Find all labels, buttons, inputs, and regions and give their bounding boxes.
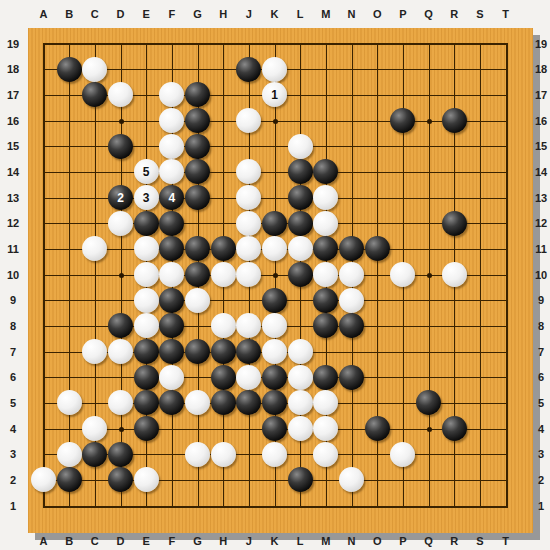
black-stone-D15[interactable]	[108, 134, 133, 159]
black-stone-L10[interactable]	[288, 262, 313, 287]
black-stone-L13[interactable]	[288, 185, 313, 210]
black-stone-G7[interactable]	[185, 339, 210, 364]
black-stone-H11[interactable]	[211, 236, 236, 261]
black-stone-K6[interactable]	[262, 365, 287, 390]
white-stone-J12[interactable]	[236, 211, 261, 236]
white-stone-B3[interactable]	[57, 442, 82, 467]
coord-label-top-R: R	[450, 8, 458, 20]
white-stone-D7[interactable]	[108, 339, 133, 364]
white-stone-E10[interactable]	[134, 262, 159, 287]
black-stone-B2[interactable]	[57, 467, 82, 492]
coord-label-bottom-L: L	[297, 535, 304, 547]
white-stone-L5[interactable]	[288, 390, 313, 415]
coord-label-bottom-D: D	[117, 535, 125, 547]
coord-label-left-6: 6	[10, 371, 16, 383]
black-stone-K9[interactable]	[262, 288, 287, 313]
coord-label-right-8: 8	[538, 320, 544, 332]
coord-label-bottom-O: O	[373, 535, 382, 547]
black-stone-H7[interactable]	[211, 339, 236, 364]
coord-label-top-S: S	[476, 8, 483, 20]
coord-label-right-9: 9	[538, 294, 544, 306]
coord-label-bottom-C: C	[91, 535, 99, 547]
black-stone-E12[interactable]	[134, 211, 159, 236]
star-point-Q4	[427, 427, 432, 432]
black-stone-L12[interactable]	[288, 211, 313, 236]
star-point-D16	[119, 119, 124, 124]
coord-label-right-3: 3	[538, 448, 544, 460]
coord-label-bottom-N: N	[348, 535, 356, 547]
white-stone-H10[interactable]	[211, 262, 236, 287]
coord-label-right-16: 16	[535, 115, 547, 127]
black-stone-F12[interactable]	[159, 211, 184, 236]
black-stone-O4[interactable]	[365, 416, 390, 441]
coord-label-left-7: 7	[10, 346, 16, 358]
white-stone-G3[interactable]	[185, 442, 210, 467]
coord-label-top-D: D	[117, 8, 125, 20]
coord-label-top-A: A	[40, 8, 48, 20]
coord-label-bottom-J: J	[246, 535, 252, 547]
coord-label-right-14: 14	[535, 166, 547, 178]
white-stone-F6[interactable]	[159, 365, 184, 390]
black-stone-N6[interactable]	[339, 365, 364, 390]
coord-label-left-15: 15	[7, 140, 19, 152]
coord-label-bottom-B: B	[65, 535, 73, 547]
coord-label-top-J: J	[246, 8, 252, 20]
coord-label-left-10: 10	[7, 269, 19, 281]
coord-label-bottom-H: H	[219, 535, 227, 547]
coord-label-right-17: 17	[535, 89, 547, 101]
coord-label-top-N: N	[348, 8, 356, 20]
coord-label-top-M: M	[321, 8, 330, 20]
coord-label-right-15: 15	[535, 140, 547, 152]
black-stone-G10[interactable]	[185, 262, 210, 287]
white-stone-N9[interactable]	[339, 288, 364, 313]
black-stone-D3[interactable]	[108, 442, 133, 467]
coord-label-left-3: 3	[10, 448, 16, 460]
coord-label-right-10: 10	[535, 269, 547, 281]
go-board-page: 15234 AABBCCDDEEFFGGHHJJKKLLMMNNOOPPQQRR…	[0, 0, 550, 550]
coord-label-left-1: 1	[10, 500, 16, 512]
star-point-K16	[273, 119, 278, 124]
coord-label-right-7: 7	[538, 346, 544, 358]
black-stone-E6[interactable]	[134, 365, 159, 390]
star-point-D10	[119, 273, 124, 278]
black-stone-K12[interactable]	[262, 211, 287, 236]
black-stone-H6[interactable]	[211, 365, 236, 390]
white-stone-L4[interactable]	[288, 416, 313, 441]
coord-label-left-19: 19	[7, 38, 19, 50]
white-stone-L6[interactable]	[288, 365, 313, 390]
white-stone-K3[interactable]	[262, 442, 287, 467]
black-stone-R4[interactable]	[442, 416, 467, 441]
black-stone-R12[interactable]	[442, 211, 467, 236]
coord-label-left-13: 13	[7, 192, 19, 204]
black-stone-G15[interactable]	[185, 134, 210, 159]
coord-label-bottom-G: G	[193, 535, 202, 547]
white-stone-K18[interactable]	[262, 57, 287, 82]
coord-label-left-17: 17	[7, 89, 19, 101]
white-stone-E11[interactable]	[134, 236, 159, 261]
coord-label-left-5: 5	[10, 397, 16, 409]
white-stone-L11[interactable]	[288, 236, 313, 261]
coord-label-top-Q: Q	[424, 8, 433, 20]
coord-label-top-L: L	[297, 8, 304, 20]
coord-label-right-19: 19	[535, 38, 547, 50]
white-stone-L7[interactable]	[288, 339, 313, 364]
coord-label-bottom-A: A	[40, 535, 48, 547]
black-stone-E5[interactable]	[134, 390, 159, 415]
coord-label-left-8: 8	[10, 320, 16, 332]
coord-label-right-4: 4	[538, 423, 544, 435]
star-point-D4	[119, 427, 124, 432]
black-stone-E7[interactable]	[134, 339, 159, 364]
coord-label-top-C: C	[91, 8, 99, 20]
coord-label-left-14: 14	[7, 166, 19, 178]
white-stone-H8[interactable]	[211, 313, 236, 338]
white-stone-R10[interactable]	[442, 262, 467, 287]
black-stone-O11[interactable]	[365, 236, 390, 261]
black-stone-E4[interactable]	[134, 416, 159, 441]
white-stone-C18[interactable]	[82, 57, 107, 82]
coord-label-bottom-P: P	[399, 535, 406, 547]
coord-label-right-1: 1	[538, 500, 544, 512]
coord-label-left-12: 12	[7, 217, 19, 229]
black-stone-H5[interactable]	[211, 390, 236, 415]
coord-label-top-H: H	[219, 8, 227, 20]
coord-label-right-2: 2	[538, 474, 544, 486]
coord-label-bottom-M: M	[321, 535, 330, 547]
white-stone-G9[interactable]	[185, 288, 210, 313]
white-stone-D12[interactable]	[108, 211, 133, 236]
coord-label-top-T: T	[502, 8, 509, 20]
white-stone-E8[interactable]	[134, 313, 159, 338]
coord-label-top-O: O	[373, 8, 382, 20]
white-stone-E2[interactable]	[134, 467, 159, 492]
coord-label-top-E: E	[143, 8, 150, 20]
coord-label-top-B: B	[65, 8, 73, 20]
white-stone-B5[interactable]	[57, 390, 82, 415]
coord-label-left-11: 11	[7, 243, 19, 255]
black-stone-K4[interactable]	[262, 416, 287, 441]
black-stone-L2[interactable]	[288, 467, 313, 492]
coord-label-left-9: 9	[10, 294, 16, 306]
white-stone-E9[interactable]	[134, 288, 159, 313]
coord-label-left-16: 16	[7, 115, 19, 127]
coord-label-left-2: 2	[10, 474, 16, 486]
coord-label-right-12: 12	[535, 217, 547, 229]
black-stone-R16[interactable]	[442, 108, 467, 133]
coord-label-right-18: 18	[535, 63, 547, 75]
white-stone-K7[interactable]	[262, 339, 287, 364]
white-stone-H3[interactable]	[211, 442, 236, 467]
coord-label-right-13: 13	[535, 192, 547, 204]
star-point-Q16	[427, 119, 432, 124]
coord-label-top-P: P	[399, 8, 406, 20]
coord-label-top-K: K	[271, 8, 279, 20]
black-stone-C3[interactable]	[82, 442, 107, 467]
white-stone-N10[interactable]	[339, 262, 364, 287]
white-stone-J6[interactable]	[236, 365, 261, 390]
white-stone-F15[interactable]	[159, 134, 184, 159]
coord-label-right-5: 5	[538, 397, 544, 409]
star-point-Q10	[427, 273, 432, 278]
coord-label-left-4: 4	[10, 423, 16, 435]
black-stone-M6[interactable]	[313, 365, 338, 390]
black-stone-G16[interactable]	[185, 108, 210, 133]
coord-label-bottom-F: F	[168, 535, 175, 547]
black-stone-B18[interactable]	[57, 57, 82, 82]
white-stone-M12[interactable]	[313, 211, 338, 236]
white-stone-L15[interactable]	[288, 134, 313, 159]
coord-label-bottom-T: T	[502, 535, 509, 547]
white-stone-E14[interactable]: 5	[134, 159, 159, 184]
coord-label-bottom-K: K	[271, 535, 279, 547]
coord-label-bottom-E: E	[143, 535, 150, 547]
coord-label-top-G: G	[193, 8, 202, 20]
black-stone-M9[interactable]	[313, 288, 338, 313]
coord-label-top-F: F	[168, 8, 175, 20]
coord-label-bottom-R: R	[450, 535, 458, 547]
coord-label-bottom-S: S	[476, 535, 483, 547]
coord-label-right-6: 6	[538, 371, 544, 383]
black-stone-D13[interactable]: 2	[108, 185, 133, 210]
white-stone-E13[interactable]: 3	[134, 185, 159, 210]
coord-label-right-11: 11	[535, 243, 547, 255]
white-stone-P3[interactable]	[390, 442, 415, 467]
black-stone-J18[interactable]	[236, 57, 261, 82]
black-stone-G13[interactable]	[185, 185, 210, 210]
white-stone-M3[interactable]	[313, 442, 338, 467]
black-stone-L14[interactable]	[288, 159, 313, 184]
star-point-K10	[273, 273, 278, 278]
coord-label-bottom-Q: Q	[424, 535, 433, 547]
go-board: 15234	[28, 28, 533, 533]
black-stone-F9[interactable]	[159, 288, 184, 313]
coord-label-left-18: 18	[7, 63, 19, 75]
